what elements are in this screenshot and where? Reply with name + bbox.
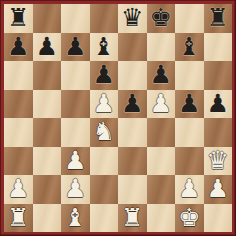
square-c2[interactable]: ♟ [61,175,90,204]
square-b2[interactable] [33,175,62,204]
white-pawn-piece[interactable]: ♟ [178,175,200,204]
square-g3[interactable] [175,147,204,176]
square-g6[interactable] [175,61,204,90]
square-c6[interactable] [61,61,90,90]
square-a1[interactable]: ♜ [4,204,33,233]
square-a4[interactable] [4,118,33,147]
square-f8[interactable]: ♚ [147,4,176,33]
black-pawn-piece[interactable]: ♟ [7,33,29,62]
square-h7[interactable] [204,33,233,62]
square-a7[interactable]: ♟ [4,33,33,62]
square-b5[interactable] [33,90,62,119]
square-d2[interactable] [90,175,119,204]
square-f2[interactable] [147,175,176,204]
square-h4[interactable] [204,118,233,147]
square-h1[interactable] [204,204,233,233]
square-d7[interactable]: ♝ [90,33,119,62]
square-h8[interactable]: ♜ [204,4,233,33]
square-a3[interactable] [4,147,33,176]
black-bishop-piece[interactable]: ♝ [93,33,115,62]
square-d6[interactable]: ♟ [90,61,119,90]
square-d8[interactable] [90,4,119,33]
square-g1[interactable]: ♚ [175,204,204,233]
black-pawn-piece[interactable]: ♟ [178,90,200,119]
white-pawn-piece[interactable]: ♟ [7,175,29,204]
square-f4[interactable] [147,118,176,147]
square-e3[interactable] [118,147,147,176]
white-pawn-piece[interactable]: ♟ [64,147,86,176]
black-rook-piece[interactable]: ♜ [207,4,229,33]
square-f7[interactable] [147,33,176,62]
white-pawn-piece[interactable]: ♟ [207,175,229,204]
square-b4[interactable] [33,118,62,147]
square-c5[interactable] [61,90,90,119]
square-e4[interactable] [118,118,147,147]
white-pawn-piece[interactable]: ♟ [64,175,86,204]
square-b3[interactable] [33,147,62,176]
square-b6[interactable] [33,61,62,90]
square-e1[interactable]: ♜ [118,204,147,233]
square-g8[interactable] [175,4,204,33]
black-pawn-piece[interactable]: ♟ [150,61,172,90]
white-knight-piece[interactable]: ♞ [93,118,115,147]
square-d4[interactable]: ♞ [90,118,119,147]
square-a2[interactable]: ♟ [4,175,33,204]
chess-board: ♜♛♚♜♟♟♟♝♝♟♟♟♟♟♟♟♞♟♛♟♟♟♟♜♝♜♚ [4,4,232,232]
black-pawn-piece[interactable]: ♟ [36,33,58,62]
white-rook-piece[interactable]: ♜ [121,204,143,233]
black-king-piece[interactable]: ♚ [150,4,172,33]
square-c7[interactable]: ♟ [61,33,90,62]
black-pawn-piece[interactable]: ♟ [207,90,229,119]
square-a5[interactable] [4,90,33,119]
square-h6[interactable] [204,61,233,90]
square-e8[interactable]: ♛ [118,4,147,33]
square-e5[interactable]: ♟ [118,90,147,119]
square-g7[interactable]: ♝ [175,33,204,62]
white-pawn-piece[interactable]: ♟ [93,90,115,119]
square-h2[interactable]: ♟ [204,175,233,204]
square-c4[interactable] [61,118,90,147]
square-c1[interactable]: ♝ [61,204,90,233]
board-frame: ♜♛♚♜♟♟♟♝♝♟♟♟♟♟♟♟♞♟♛♟♟♟♟♜♝♜♚ [0,0,236,236]
white-queen-piece[interactable]: ♛ [207,147,229,176]
square-g5[interactable]: ♟ [175,90,204,119]
square-d3[interactable] [90,147,119,176]
square-b8[interactable] [33,4,62,33]
black-queen-piece[interactable]: ♛ [121,4,143,33]
black-pawn-piece[interactable]: ♟ [121,90,143,119]
white-king-piece[interactable]: ♚ [178,204,200,233]
square-h5[interactable]: ♟ [204,90,233,119]
black-bishop-piece[interactable]: ♝ [178,33,200,62]
square-e2[interactable] [118,175,147,204]
square-e6[interactable] [118,61,147,90]
square-c3[interactable]: ♟ [61,147,90,176]
square-a6[interactable] [4,61,33,90]
square-f6[interactable]: ♟ [147,61,176,90]
square-d1[interactable] [90,204,119,233]
black-pawn-piece[interactable]: ♟ [64,33,86,62]
square-e7[interactable] [118,33,147,62]
square-f1[interactable] [147,204,176,233]
white-rook-piece[interactable]: ♜ [7,204,29,233]
black-pawn-piece[interactable]: ♟ [93,61,115,90]
square-g4[interactable] [175,118,204,147]
square-b1[interactable] [33,204,62,233]
square-f3[interactable] [147,147,176,176]
square-d5[interactable]: ♟ [90,90,119,119]
square-g2[interactable]: ♟ [175,175,204,204]
square-h3[interactable]: ♛ [204,147,233,176]
black-rook-piece[interactable]: ♜ [7,4,29,33]
square-b7[interactable]: ♟ [33,33,62,62]
square-c8[interactable] [61,4,90,33]
square-f5[interactable]: ♟ [147,90,176,119]
white-pawn-piece[interactable]: ♟ [150,90,172,119]
square-a8[interactable]: ♜ [4,4,33,33]
white-bishop-piece[interactable]: ♝ [64,204,86,233]
